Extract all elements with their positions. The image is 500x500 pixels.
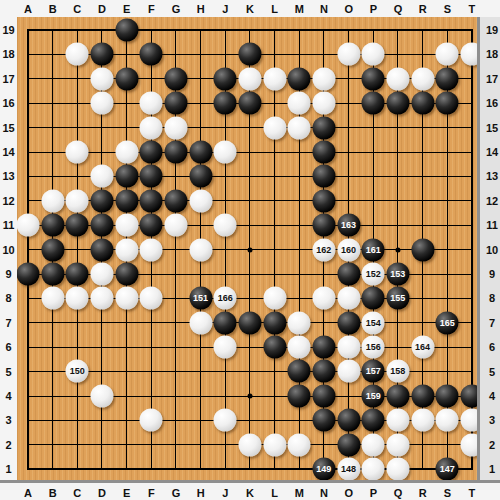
intersection-P5[interactable]: 157 [361,359,386,383]
intersection-K4[interactable] [238,384,263,408]
intersection-R2[interactable] [410,432,435,456]
intersection-E2[interactable] [114,432,139,456]
intersection-D3[interactable] [90,408,115,432]
intersection-R8[interactable] [410,286,435,310]
intersection-G5[interactable] [164,359,189,383]
intersection-H15[interactable] [188,115,213,139]
intersection-C15[interactable] [65,115,90,139]
intersection-O5[interactable] [336,359,361,383]
intersection-O3[interactable] [336,408,361,432]
intersection-G4[interactable] [164,384,189,408]
intersection-F9[interactable] [139,262,164,286]
intersection-R17[interactable] [410,67,435,91]
intersection-L9[interactable] [262,262,287,286]
intersection-R10[interactable] [410,237,435,261]
intersection-A18[interactable] [16,42,41,66]
intersection-H7[interactable] [188,310,213,334]
intersection-P7[interactable]: 154 [361,310,386,334]
intersection-M15[interactable] [287,115,312,139]
intersection-G11[interactable] [164,213,189,237]
intersection-K6[interactable] [238,335,263,359]
intersection-Q14[interactable] [386,140,411,164]
intersection-C3[interactable] [65,408,90,432]
intersection-G17[interactable] [164,67,189,91]
intersection-B3[interactable] [40,408,65,432]
intersection-M3[interactable] [287,408,312,432]
intersection-M18[interactable] [287,42,312,66]
intersection-G16[interactable] [164,91,189,115]
intersection-A2[interactable] [16,432,41,456]
intersection-K3[interactable] [238,408,263,432]
intersection-A6[interactable] [16,335,41,359]
intersection-J18[interactable] [213,42,238,66]
intersection-Q10[interactable] [386,237,411,261]
intersection-L19[interactable] [262,18,287,42]
intersection-L11[interactable] [262,213,287,237]
intersection-C16[interactable] [65,91,90,115]
intersection-Q8[interactable]: 155 [386,286,411,310]
intersection-G13[interactable] [164,164,189,188]
intersection-S16[interactable] [435,91,460,115]
intersection-J11[interactable] [213,213,238,237]
intersection-J3[interactable] [213,408,238,432]
intersection-P11[interactable] [361,213,386,237]
intersection-A3[interactable] [16,408,41,432]
intersection-F5[interactable] [139,359,164,383]
intersection-G2[interactable] [164,432,189,456]
intersection-O16[interactable] [336,91,361,115]
intersection-A11[interactable] [16,213,41,237]
intersection-M8[interactable] [287,286,312,310]
intersection-S10[interactable] [435,237,460,261]
intersection-O4[interactable] [336,384,361,408]
intersection-J15[interactable] [213,115,238,139]
intersection-M6[interactable] [287,335,312,359]
intersection-P8[interactable] [361,286,386,310]
intersection-E4[interactable] [114,384,139,408]
intersection-R13[interactable] [410,164,435,188]
intersection-G3[interactable] [164,408,189,432]
intersection-F11[interactable] [139,213,164,237]
intersection-E7[interactable] [114,310,139,334]
intersection-O11[interactable]: 163 [336,213,361,237]
intersection-G15[interactable] [164,115,189,139]
intersection-J8[interactable]: 166 [213,286,238,310]
intersection-S19[interactable] [435,18,460,42]
intersection-B4[interactable] [40,384,65,408]
intersection-B16[interactable] [40,91,65,115]
intersection-O10[interactable]: 160 [336,237,361,261]
intersection-H10[interactable] [188,237,213,261]
intersection-Q1[interactable] [386,457,411,481]
intersection-G10[interactable] [164,237,189,261]
intersection-B8[interactable] [40,286,65,310]
intersection-P17[interactable] [361,67,386,91]
intersection-Q6[interactable] [386,335,411,359]
intersection-Q5[interactable]: 158 [386,359,411,383]
intersection-L17[interactable] [262,67,287,91]
intersection-J10[interactable] [213,237,238,261]
intersection-C7[interactable] [65,310,90,334]
intersection-H19[interactable] [188,18,213,42]
intersection-D7[interactable] [90,310,115,334]
intersection-S8[interactable] [435,286,460,310]
intersection-B11[interactable] [40,213,65,237]
intersection-A4[interactable] [16,384,41,408]
intersection-R16[interactable] [410,91,435,115]
intersection-N17[interactable] [312,67,337,91]
intersection-K19[interactable] [238,18,263,42]
intersection-A10[interactable] [16,237,41,261]
intersection-D4[interactable] [90,384,115,408]
intersection-C2[interactable] [65,432,90,456]
intersection-Q19[interactable] [386,18,411,42]
intersection-L6[interactable] [262,335,287,359]
intersection-C18[interactable] [65,42,90,66]
intersection-D13[interactable] [90,164,115,188]
intersection-B19[interactable] [40,18,65,42]
intersection-C5[interactable]: 150 [65,359,90,383]
intersection-E18[interactable] [114,42,139,66]
intersection-J6[interactable] [213,335,238,359]
intersection-K18[interactable] [238,42,263,66]
intersection-N11[interactable] [312,213,337,237]
intersection-H5[interactable] [188,359,213,383]
intersection-L14[interactable] [262,140,287,164]
intersection-P19[interactable] [361,18,386,42]
intersection-K7[interactable] [238,310,263,334]
intersection-C6[interactable] [65,335,90,359]
intersection-E5[interactable] [114,359,139,383]
intersection-A19[interactable] [16,18,41,42]
intersection-L4[interactable] [262,384,287,408]
intersection-K12[interactable] [238,189,263,213]
intersection-D10[interactable] [90,237,115,261]
intersection-D2[interactable] [90,432,115,456]
intersection-F3[interactable] [139,408,164,432]
intersection-J19[interactable] [213,18,238,42]
intersection-R19[interactable] [410,18,435,42]
intersection-C19[interactable] [65,18,90,42]
intersection-B18[interactable] [40,42,65,66]
intersection-F8[interactable] [139,286,164,310]
intersection-P18[interactable] [361,42,386,66]
intersection-S6[interactable] [435,335,460,359]
intersection-D18[interactable] [90,42,115,66]
intersection-B10[interactable] [40,237,65,261]
intersection-D12[interactable] [90,189,115,213]
intersection-E8[interactable] [114,286,139,310]
intersection-E19[interactable] [114,18,139,42]
intersection-M2[interactable] [287,432,312,456]
intersection-P1[interactable] [361,457,386,481]
intersection-C1[interactable] [65,457,90,481]
intersection-D5[interactable] [90,359,115,383]
intersection-B14[interactable] [40,140,65,164]
intersection-S9[interactable] [435,262,460,286]
intersection-O7[interactable] [336,310,361,334]
intersection-S7[interactable]: 165 [435,310,460,334]
intersection-S13[interactable] [435,164,460,188]
intersection-M19[interactable] [287,18,312,42]
intersection-G19[interactable] [164,18,189,42]
intersection-J9[interactable] [213,262,238,286]
intersection-R7[interactable] [410,310,435,334]
intersection-M11[interactable] [287,213,312,237]
intersection-R5[interactable] [410,359,435,383]
intersection-N1[interactable]: 149 [312,457,337,481]
intersection-A13[interactable] [16,164,41,188]
intersection-E1[interactable] [114,457,139,481]
intersection-L13[interactable] [262,164,287,188]
intersection-C12[interactable] [65,189,90,213]
intersection-E15[interactable] [114,115,139,139]
intersection-O9[interactable] [336,262,361,286]
intersection-K8[interactable] [238,286,263,310]
intersection-N2[interactable] [312,432,337,456]
intersection-Q9[interactable]: 153 [386,262,411,286]
intersection-B6[interactable] [40,335,65,359]
intersection-N13[interactable] [312,164,337,188]
intersection-B1[interactable] [40,457,65,481]
intersection-F19[interactable] [139,18,164,42]
intersection-R3[interactable] [410,408,435,432]
intersection-D8[interactable] [90,286,115,310]
intersection-O17[interactable] [336,67,361,91]
intersection-J12[interactable] [213,189,238,213]
intersection-K9[interactable] [238,262,263,286]
intersection-J5[interactable] [213,359,238,383]
intersection-M5[interactable] [287,359,312,383]
intersection-N8[interactable] [312,286,337,310]
intersection-F4[interactable] [139,384,164,408]
intersection-P3[interactable] [361,408,386,432]
intersection-R6[interactable]: 164 [410,335,435,359]
intersection-L3[interactable] [262,408,287,432]
intersection-F16[interactable] [139,91,164,115]
intersection-R11[interactable] [410,213,435,237]
intersection-P12[interactable] [361,189,386,213]
intersection-L16[interactable] [262,91,287,115]
intersection-C14[interactable] [65,140,90,164]
intersection-P10[interactable]: 161 [361,237,386,261]
intersection-O12[interactable] [336,189,361,213]
intersection-M7[interactable] [287,310,312,334]
intersection-D19[interactable] [90,18,115,42]
intersection-P16[interactable] [361,91,386,115]
intersection-E11[interactable] [114,213,139,237]
intersection-Q2[interactable] [386,432,411,456]
intersection-A17[interactable] [16,67,41,91]
intersection-P15[interactable] [361,115,386,139]
intersection-H14[interactable] [188,140,213,164]
intersection-K16[interactable] [238,91,263,115]
intersection-H16[interactable] [188,91,213,115]
intersection-J4[interactable] [213,384,238,408]
intersection-K5[interactable] [238,359,263,383]
intersection-R12[interactable] [410,189,435,213]
intersection-A15[interactable] [16,115,41,139]
intersection-Q3[interactable] [386,408,411,432]
intersection-H3[interactable] [188,408,213,432]
intersection-N10[interactable]: 162 [312,237,337,261]
intersection-R18[interactable] [410,42,435,66]
intersection-L7[interactable] [262,310,287,334]
intersection-K13[interactable] [238,164,263,188]
intersection-L2[interactable] [262,432,287,456]
intersection-G8[interactable] [164,286,189,310]
intersection-J14[interactable] [213,140,238,164]
intersection-L12[interactable] [262,189,287,213]
intersection-M1[interactable] [287,457,312,481]
intersection-S4[interactable] [435,384,460,408]
intersection-B13[interactable] [40,164,65,188]
go-board[interactable]: 1631621601611521531511661551541651561641… [17,17,477,480]
intersection-Q17[interactable] [386,67,411,91]
intersection-G9[interactable] [164,262,189,286]
intersection-O15[interactable] [336,115,361,139]
intersection-A1[interactable] [16,457,41,481]
intersection-N6[interactable] [312,335,337,359]
intersection-M14[interactable] [287,140,312,164]
intersection-C10[interactable] [65,237,90,261]
intersection-D17[interactable] [90,67,115,91]
intersection-L10[interactable] [262,237,287,261]
intersection-L8[interactable] [262,286,287,310]
intersection-P14[interactable] [361,140,386,164]
intersection-G18[interactable] [164,42,189,66]
intersection-N14[interactable] [312,140,337,164]
intersection-O13[interactable] [336,164,361,188]
intersection-H8[interactable]: 151 [188,286,213,310]
intersection-G1[interactable] [164,457,189,481]
intersection-L18[interactable] [262,42,287,66]
intersection-Q4[interactable] [386,384,411,408]
intersection-Q15[interactable] [386,115,411,139]
intersection-S14[interactable] [435,140,460,164]
intersection-R1[interactable] [410,457,435,481]
intersection-K2[interactable] [238,432,263,456]
intersection-L15[interactable] [262,115,287,139]
intersection-D6[interactable] [90,335,115,359]
intersection-M16[interactable] [287,91,312,115]
intersection-O1[interactable]: 148 [336,457,361,481]
intersection-B17[interactable] [40,67,65,91]
intersection-S12[interactable] [435,189,460,213]
intersection-G14[interactable] [164,140,189,164]
intersection-B15[interactable] [40,115,65,139]
intersection-H18[interactable] [188,42,213,66]
intersection-F10[interactable] [139,237,164,261]
intersection-S11[interactable] [435,213,460,237]
intersection-C13[interactable] [65,164,90,188]
intersection-L5[interactable] [262,359,287,383]
intersection-Q13[interactable] [386,164,411,188]
intersection-N5[interactable] [312,359,337,383]
intersection-F17[interactable] [139,67,164,91]
intersection-O6[interactable] [336,335,361,359]
intersection-N15[interactable] [312,115,337,139]
intersection-K17[interactable] [238,67,263,91]
intersection-D16[interactable] [90,91,115,115]
intersection-A16[interactable] [16,91,41,115]
intersection-M13[interactable] [287,164,312,188]
intersection-J17[interactable] [213,67,238,91]
intersection-F13[interactable] [139,164,164,188]
intersection-H9[interactable] [188,262,213,286]
intersection-A9[interactable] [16,262,41,286]
intersection-S15[interactable] [435,115,460,139]
intersection-K1[interactable] [238,457,263,481]
intersection-A14[interactable] [16,140,41,164]
intersection-O8[interactable] [336,286,361,310]
intersection-A8[interactable] [16,286,41,310]
intersection-D14[interactable] [90,140,115,164]
intersection-M4[interactable] [287,384,312,408]
intersection-Q11[interactable] [386,213,411,237]
intersection-S2[interactable] [435,432,460,456]
intersection-J13[interactable] [213,164,238,188]
intersection-F15[interactable] [139,115,164,139]
intersection-N3[interactable] [312,408,337,432]
intersection-A7[interactable] [16,310,41,334]
intersection-F12[interactable] [139,189,164,213]
intersection-Q7[interactable] [386,310,411,334]
intersection-R14[interactable] [410,140,435,164]
intersection-D11[interactable] [90,213,115,237]
intersection-D9[interactable] [90,262,115,286]
intersection-H12[interactable] [188,189,213,213]
intersection-A12[interactable] [16,189,41,213]
intersection-K15[interactable] [238,115,263,139]
intersection-O14[interactable] [336,140,361,164]
intersection-F6[interactable] [139,335,164,359]
intersection-H1[interactable] [188,457,213,481]
intersection-S5[interactable] [435,359,460,383]
intersection-S1[interactable]: 147 [435,457,460,481]
intersection-F7[interactable] [139,310,164,334]
intersection-H2[interactable] [188,432,213,456]
intersection-S17[interactable] [435,67,460,91]
intersection-L1[interactable] [262,457,287,481]
intersection-D15[interactable] [90,115,115,139]
intersection-B2[interactable] [40,432,65,456]
intersection-D1[interactable] [90,457,115,481]
intersection-F14[interactable] [139,140,164,164]
intersection-H6[interactable] [188,335,213,359]
intersection-Q18[interactable] [386,42,411,66]
intersection-F18[interactable] [139,42,164,66]
intersection-M17[interactable] [287,67,312,91]
intersection-J1[interactable] [213,457,238,481]
intersection-J7[interactable] [213,310,238,334]
intersection-G7[interactable] [164,310,189,334]
intersection-E12[interactable] [114,189,139,213]
intersection-K11[interactable] [238,213,263,237]
intersection-K10[interactable] [238,237,263,261]
intersection-G6[interactable] [164,335,189,359]
intersection-A5[interactable] [16,359,41,383]
intersection-N19[interactable] [312,18,337,42]
intersection-M10[interactable] [287,237,312,261]
intersection-F2[interactable] [139,432,164,456]
intersection-H13[interactable] [188,164,213,188]
intersection-H11[interactable] [188,213,213,237]
intersection-E13[interactable] [114,164,139,188]
intersection-R9[interactable] [410,262,435,286]
intersection-E17[interactable] [114,67,139,91]
intersection-E3[interactable] [114,408,139,432]
